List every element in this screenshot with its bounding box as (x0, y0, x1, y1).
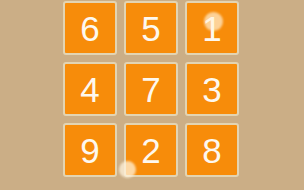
tile-r1c2[interactable]: 5 (124, 1, 178, 55)
tile-number: 7 (141, 72, 160, 107)
puzzle-board: 6 5 1 4 7 3 9 2 8 (63, 1, 239, 177)
tile-r1c1[interactable]: 6 (63, 1, 117, 55)
tile-number: 1 (202, 11, 221, 46)
tile-number: 5 (141, 11, 160, 46)
tile-r3c3[interactable]: 8 (185, 123, 239, 177)
tile-r2c2[interactable]: 7 (124, 62, 178, 116)
tile-number: 8 (202, 133, 221, 168)
tile-r1c3[interactable]: 1 (185, 1, 239, 55)
tile-number: 3 (202, 72, 221, 107)
tile-r3c1[interactable]: 9 (63, 123, 117, 177)
tile-number: 4 (80, 72, 99, 107)
tile-r3c2[interactable]: 2 (124, 123, 178, 177)
tile-number: 9 (80, 133, 99, 168)
tile-r2c1[interactable]: 4 (63, 62, 117, 116)
tile-number: 2 (141, 133, 160, 168)
tile-r2c3[interactable]: 3 (185, 62, 239, 116)
tile-number: 6 (80, 11, 99, 46)
puzzle-screen: 6 5 1 4 7 3 9 2 8 (0, 0, 304, 190)
